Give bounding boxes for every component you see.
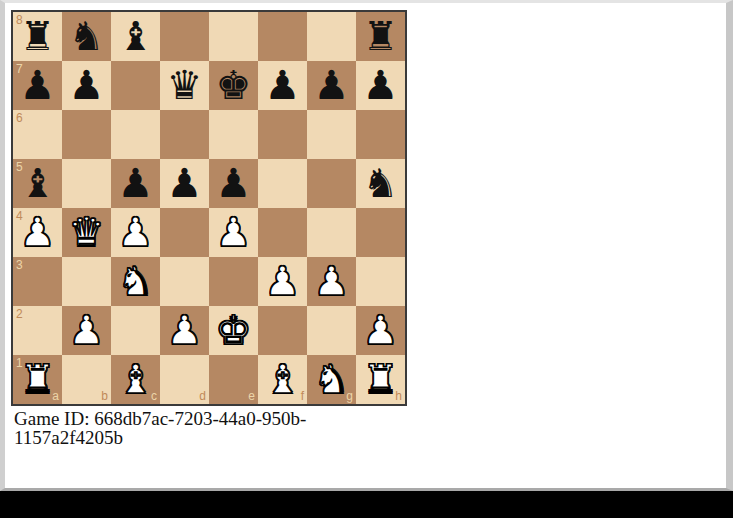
white-pawn: ♟: [167, 306, 203, 355]
white-king: ♚: [216, 306, 252, 355]
square-f1[interactable]: f♝: [258, 355, 307, 404]
square-e6[interactable]: [209, 110, 258, 159]
black-pawn: ♟: [216, 159, 252, 208]
file-label-e: e: [248, 390, 255, 402]
black-pawn: ♟: [314, 61, 350, 110]
square-a2[interactable]: 2: [13, 306, 62, 355]
square-d6[interactable]: [160, 110, 209, 159]
square-e2[interactable]: ♚: [209, 306, 258, 355]
rank-label-2: 2: [16, 308, 23, 320]
white-rook: ♜: [20, 355, 56, 404]
square-e3[interactable]: [209, 257, 258, 306]
black-pawn: ♟: [20, 61, 56, 110]
square-d2[interactable]: ♟: [160, 306, 209, 355]
square-e7[interactable]: ♚: [209, 61, 258, 110]
square-d8[interactable]: [160, 12, 209, 61]
square-g5[interactable]: [307, 159, 356, 208]
square-b5[interactable]: [62, 159, 111, 208]
white-knight: ♞: [314, 355, 350, 404]
square-f3[interactable]: ♟: [258, 257, 307, 306]
file-label-d: d: [199, 390, 206, 402]
white-knight: ♞: [118, 257, 154, 306]
square-a6[interactable]: 6: [13, 110, 62, 159]
square-e5[interactable]: ♟: [209, 159, 258, 208]
file-label-a: a: [52, 390, 59, 402]
white-pawn: ♟: [118, 208, 154, 257]
square-c2[interactable]: [111, 306, 160, 355]
square-a1[interactable]: 1a♜: [13, 355, 62, 404]
file-label-b: b: [101, 390, 108, 402]
black-rook: ♜: [20, 12, 56, 61]
square-c7[interactable]: [111, 61, 160, 110]
square-b7[interactable]: ♟: [62, 61, 111, 110]
square-e4[interactable]: ♟: [209, 208, 258, 257]
rank-label-5: 5: [16, 161, 23, 173]
square-a8[interactable]: 8♜: [13, 12, 62, 61]
square-d5[interactable]: ♟: [160, 159, 209, 208]
square-f8[interactable]: [258, 12, 307, 61]
square-g4[interactable]: [307, 208, 356, 257]
square-f6[interactable]: [258, 110, 307, 159]
file-label-f: f: [301, 390, 304, 402]
black-pawn: ♟: [167, 159, 203, 208]
square-g8[interactable]: [307, 12, 356, 61]
black-pawn: ♟: [265, 61, 301, 110]
black-queen: ♛: [167, 61, 203, 110]
square-f2[interactable]: [258, 306, 307, 355]
square-b2[interactable]: ♟: [62, 306, 111, 355]
square-d3[interactable]: [160, 257, 209, 306]
white-rook: ♜: [363, 355, 399, 404]
square-b8[interactable]: ♞: [62, 12, 111, 61]
square-h3[interactable]: [356, 257, 405, 306]
square-c1[interactable]: c♝: [111, 355, 160, 404]
square-b6[interactable]: [62, 110, 111, 159]
white-pawn: ♟: [314, 257, 350, 306]
square-d7[interactable]: ♛: [160, 61, 209, 110]
square-b3[interactable]: [62, 257, 111, 306]
square-h6[interactable]: [356, 110, 405, 159]
rank-label-7: 7: [16, 63, 23, 75]
page-window: 8♜♞♝♜7♟♟♛♚♟♟♟65♝♟♟♟♞4♟♛♟♟3♞♟♟2♟♟♚♟1a♜bc♝…: [0, 0, 733, 491]
square-c3[interactable]: ♞: [111, 257, 160, 306]
square-h5[interactable]: ♞: [356, 159, 405, 208]
black-knight: ♞: [363, 159, 399, 208]
black-king: ♚: [216, 61, 252, 110]
white-pawn: ♟: [216, 208, 252, 257]
white-pawn: ♟: [265, 257, 301, 306]
white-queen: ♛: [69, 208, 105, 257]
square-h1[interactable]: h♜: [356, 355, 405, 404]
rank-label-6: 6: [16, 112, 23, 124]
white-pawn: ♟: [69, 306, 105, 355]
square-c6[interactable]: [111, 110, 160, 159]
white-pawn: ♟: [20, 208, 56, 257]
chess-board: 8♜♞♝♜7♟♟♛♚♟♟♟65♝♟♟♟♞4♟♛♟♟3♞♟♟2♟♟♚♟1a♜bc♝…: [11, 10, 407, 406]
black-bishop: ♝: [20, 159, 56, 208]
black-rook: ♜: [363, 12, 399, 61]
rank-label-3: 3: [16, 259, 23, 271]
square-d4[interactable]: [160, 208, 209, 257]
square-g3[interactable]: ♟: [307, 257, 356, 306]
black-knight: ♞: [69, 12, 105, 61]
square-c5[interactable]: ♟: [111, 159, 160, 208]
square-a4[interactable]: 4♟: [13, 208, 62, 257]
square-h7[interactable]: ♟: [356, 61, 405, 110]
page-content: 8♜♞♝♜7♟♟♛♚♟♟♟65♝♟♟♟♞4♟♛♟♟3♞♟♟2♟♟♚♟1a♜bc♝…: [5, 3, 726, 447]
black-pawn: ♟: [69, 61, 105, 110]
black-pawn: ♟: [363, 61, 399, 110]
square-h2[interactable]: ♟: [356, 306, 405, 355]
file-label-h: h: [395, 390, 402, 402]
game-id-text: Game ID: 668db7ac-7203-44a0-950b-1157a2f…: [14, 409, 414, 447]
square-a3[interactable]: 3: [13, 257, 62, 306]
square-a7[interactable]: 7♟: [13, 61, 62, 110]
black-bishop: ♝: [118, 12, 154, 61]
white-pawn: ♟: [363, 306, 399, 355]
bottom-black-bar: [0, 491, 733, 518]
square-d1[interactable]: d: [160, 355, 209, 404]
rank-label-1: 1: [16, 357, 23, 369]
square-g1[interactable]: g♞: [307, 355, 356, 404]
white-bishop: ♝: [118, 355, 154, 404]
black-pawn: ♟: [118, 159, 154, 208]
square-f4[interactable]: [258, 208, 307, 257]
square-e8[interactable]: [209, 12, 258, 61]
square-g7[interactable]: ♟: [307, 61, 356, 110]
square-e1[interactable]: e: [209, 355, 258, 404]
square-c8[interactable]: ♝: [111, 12, 160, 61]
square-h4[interactable]: [356, 208, 405, 257]
square-g6[interactable]: [307, 110, 356, 159]
square-g2[interactable]: [307, 306, 356, 355]
white-bishop: ♝: [265, 355, 301, 404]
square-a5[interactable]: 5♝: [13, 159, 62, 208]
file-label-g: g: [346, 390, 353, 402]
square-h8[interactable]: ♜: [356, 12, 405, 61]
file-label-c: c: [151, 390, 157, 402]
rank-label-8: 8: [16, 14, 23, 26]
square-c4[interactable]: ♟: [111, 208, 160, 257]
square-b1[interactable]: b: [62, 355, 111, 404]
rank-label-4: 4: [16, 210, 23, 222]
square-b4[interactable]: ♛: [62, 208, 111, 257]
square-f7[interactable]: ♟: [258, 61, 307, 110]
square-f5[interactable]: [258, 159, 307, 208]
